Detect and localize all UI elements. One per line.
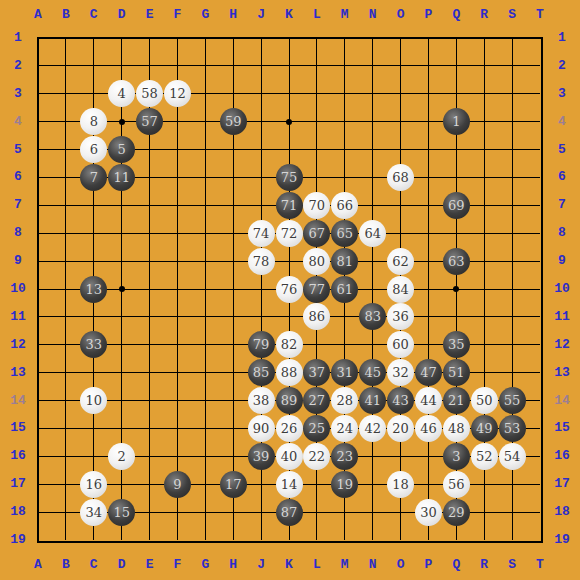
stone-black-67-L8[interactable]: 67 xyxy=(303,220,330,247)
row-label-right-12: 12 xyxy=(549,338,575,352)
col-label-bottom-L: L xyxy=(304,558,330,572)
stone-move-number: 41 xyxy=(364,393,381,408)
stone-move-number: 28 xyxy=(336,393,353,408)
stone-move-number: 40 xyxy=(281,449,298,464)
stone-black-47-P13[interactable]: 47 xyxy=(415,359,442,386)
col-label-bottom-A: A xyxy=(25,558,51,572)
stone-white-38-J14[interactable]: 38 xyxy=(248,387,275,414)
stone-move-number: 42 xyxy=(364,421,381,436)
stone-black-71-K7[interactable]: 71 xyxy=(276,192,303,219)
stone-white-90-J15[interactable]: 90 xyxy=(248,415,275,442)
stone-black-55-S14[interactable]: 55 xyxy=(499,387,526,414)
col-label-bottom-F: F xyxy=(164,558,190,572)
stone-move-number: 80 xyxy=(309,254,326,269)
stone-move-number: 2 xyxy=(118,449,126,464)
stone-white-52-R16[interactable]: 52 xyxy=(471,443,498,470)
row-label-left-7: 7 xyxy=(5,198,31,212)
stone-move-number: 38 xyxy=(253,393,270,408)
stone-move-number: 14 xyxy=(281,477,298,492)
stone-black-49-R15[interactable]: 49 xyxy=(471,415,498,442)
stone-move-number: 55 xyxy=(504,393,521,408)
stone-white-70-L7[interactable]: 70 xyxy=(303,192,330,219)
col-label-top-B: B xyxy=(53,8,79,22)
stone-move-number: 18 xyxy=(392,477,409,492)
stone-move-number: 71 xyxy=(281,198,298,213)
row-label-left-3: 3 xyxy=(5,87,31,101)
stone-black-57-E4[interactable]: 57 xyxy=(136,108,163,135)
stone-black-63-Q9[interactable]: 63 xyxy=(443,248,470,275)
stone-move-number: 89 xyxy=(281,393,298,408)
stone-move-number: 90 xyxy=(253,421,270,436)
row-label-left-1: 1 xyxy=(5,31,31,45)
col-label-bottom-N: N xyxy=(360,558,386,572)
stone-move-number: 67 xyxy=(309,226,326,241)
stone-move-number: 52 xyxy=(476,449,493,464)
col-label-bottom-Q: Q xyxy=(443,558,469,572)
stone-move-number: 25 xyxy=(309,421,326,436)
stone-white-48-Q15[interactable]: 48 xyxy=(443,415,470,442)
col-label-bottom-T: T xyxy=(527,558,553,572)
col-label-bottom-O: O xyxy=(388,558,414,572)
stone-white-66-M7[interactable]: 66 xyxy=(331,192,358,219)
col-label-bottom-P: P xyxy=(415,558,441,572)
stone-black-61-M10[interactable]: 61 xyxy=(331,276,358,303)
stone-move-number: 60 xyxy=(392,337,409,352)
col-label-top-T: T xyxy=(527,8,553,22)
stone-move-number: 29 xyxy=(448,505,465,520)
stone-black-23-M16[interactable]: 23 xyxy=(331,443,358,470)
stone-move-number: 82 xyxy=(281,337,298,352)
stone-black-3-Q16[interactable]: 3 xyxy=(443,443,470,470)
row-label-right-5: 5 xyxy=(549,143,575,157)
row-label-right-2: 2 xyxy=(549,59,575,73)
stone-move-number: 3 xyxy=(452,449,460,464)
row-label-right-17: 17 xyxy=(549,477,575,491)
stone-black-89-K14[interactable]: 89 xyxy=(276,387,303,414)
stone-white-20-O15[interactable]: 20 xyxy=(387,415,414,442)
stone-black-35-Q12[interactable]: 35 xyxy=(443,331,470,358)
stone-move-number: 12 xyxy=(169,86,186,101)
col-label-top-H: H xyxy=(220,8,246,22)
stone-white-26-K15[interactable]: 26 xyxy=(276,415,303,442)
stone-move-number: 87 xyxy=(281,505,298,520)
stone-black-5-D5[interactable]: 5 xyxy=(108,136,135,163)
row-label-left-2: 2 xyxy=(5,59,31,73)
stone-move-number: 11 xyxy=(113,170,130,185)
stone-white-24-M15[interactable]: 24 xyxy=(331,415,358,442)
stone-white-12-F3[interactable]: 12 xyxy=(164,80,191,107)
stone-black-19-M17[interactable]: 19 xyxy=(331,471,358,498)
row-label-right-10: 10 xyxy=(549,282,575,296)
stone-move-number: 69 xyxy=(448,198,465,213)
row-label-right-1: 1 xyxy=(549,31,575,45)
row-label-right-11: 11 xyxy=(549,310,575,324)
col-label-bottom-K: K xyxy=(276,558,302,572)
stone-white-2-D16[interactable]: 2 xyxy=(108,443,135,470)
stone-move-number: 6 xyxy=(90,142,98,157)
stone-black-9-F17[interactable]: 9 xyxy=(164,471,191,498)
row-label-right-19: 19 xyxy=(549,533,575,547)
stone-move-number: 35 xyxy=(448,337,465,352)
stone-move-number: 86 xyxy=(309,309,326,324)
star-point-K4 xyxy=(286,119,292,125)
stone-move-number: 78 xyxy=(253,254,270,269)
col-label-top-S: S xyxy=(499,8,525,22)
stone-move-number: 7 xyxy=(90,170,98,185)
stone-white-22-L16[interactable]: 22 xyxy=(303,443,330,470)
stone-move-number: 63 xyxy=(448,254,465,269)
stone-white-54-S16[interactable]: 54 xyxy=(499,443,526,470)
row-label-right-3: 3 xyxy=(549,87,575,101)
row-label-left-5: 5 xyxy=(5,143,31,157)
stone-move-number: 54 xyxy=(504,449,521,464)
stone-move-number: 61 xyxy=(336,282,353,297)
stone-black-59-H4[interactable]: 59 xyxy=(220,108,247,135)
row-label-left-10: 10 xyxy=(5,282,31,296)
stone-black-17-H17[interactable]: 17 xyxy=(220,471,247,498)
stone-black-85-J13[interactable]: 85 xyxy=(248,359,275,386)
stone-move-number: 4 xyxy=(118,86,126,101)
col-label-bottom-E: E xyxy=(137,558,163,572)
col-label-top-E: E xyxy=(137,8,163,22)
row-label-left-14: 14 xyxy=(5,394,31,408)
row-label-right-15: 15 xyxy=(549,421,575,435)
stone-black-51-Q13[interactable]: 51 xyxy=(443,359,470,386)
col-label-top-L: L xyxy=(304,8,330,22)
stone-move-number: 36 xyxy=(392,309,409,324)
stone-move-number: 20 xyxy=(392,421,409,436)
stone-move-number: 81 xyxy=(336,254,353,269)
stone-white-42-N15[interactable]: 42 xyxy=(359,415,386,442)
col-label-top-A: A xyxy=(25,8,51,22)
stone-black-77-L10[interactable]: 77 xyxy=(303,276,330,303)
stone-move-number: 68 xyxy=(392,170,409,185)
row-label-right-14: 14 xyxy=(549,394,575,408)
row-label-left-16: 16 xyxy=(5,449,31,463)
stone-move-number: 34 xyxy=(85,505,102,520)
stone-move-number: 88 xyxy=(281,365,298,380)
stone-move-number: 32 xyxy=(392,365,409,380)
star-point-D10 xyxy=(119,286,125,292)
stone-move-number: 56 xyxy=(448,477,465,492)
col-label-top-R: R xyxy=(471,8,497,22)
col-label-top-M: M xyxy=(332,8,358,22)
col-label-top-K: K xyxy=(276,8,302,22)
stone-black-29-Q18[interactable]: 29 xyxy=(443,499,470,526)
stone-white-68-O6[interactable]: 68 xyxy=(387,164,414,191)
stone-black-87-K18[interactable]: 87 xyxy=(276,499,303,526)
row-label-right-6: 6 xyxy=(549,170,575,184)
stone-white-14-K17[interactable]: 14 xyxy=(276,471,303,498)
stone-white-88-K13[interactable]: 88 xyxy=(276,359,303,386)
row-label-left-8: 8 xyxy=(5,226,31,240)
col-label-bottom-C: C xyxy=(81,558,107,572)
stone-move-number: 57 xyxy=(141,114,158,129)
stone-white-46-P15[interactable]: 46 xyxy=(415,415,442,442)
row-label-left-19: 19 xyxy=(5,533,31,547)
stone-move-number: 76 xyxy=(281,282,298,297)
col-label-bottom-B: B xyxy=(53,558,79,572)
stone-white-82-K12[interactable]: 82 xyxy=(276,331,303,358)
stone-move-number: 79 xyxy=(253,337,270,352)
stone-black-39-J16[interactable]: 39 xyxy=(248,443,275,470)
stone-move-number: 19 xyxy=(336,477,353,492)
row-label-left-12: 12 xyxy=(5,338,31,352)
stone-move-number: 65 xyxy=(336,226,353,241)
stone-move-number: 59 xyxy=(225,114,242,129)
stone-white-44-P14[interactable]: 44 xyxy=(415,387,442,414)
go-board[interactable]: 1234567891011121314151617181920212223242… xyxy=(0,0,580,580)
stone-move-number: 47 xyxy=(420,365,437,380)
stone-white-56-Q17[interactable]: 56 xyxy=(443,471,470,498)
stone-move-number: 48 xyxy=(448,421,465,436)
row-label-left-18: 18 xyxy=(5,505,31,519)
stone-black-1-Q4[interactable]: 1 xyxy=(443,108,470,135)
stone-black-21-Q14[interactable]: 21 xyxy=(443,387,470,414)
stone-black-41-N14[interactable]: 41 xyxy=(359,387,386,414)
stone-white-76-K10[interactable]: 76 xyxy=(276,276,303,303)
col-label-bottom-G: G xyxy=(192,558,218,572)
row-label-left-6: 6 xyxy=(5,170,31,184)
stone-move-number: 74 xyxy=(253,226,270,241)
row-label-left-11: 11 xyxy=(5,310,31,324)
row-label-right-4: 4 xyxy=(549,115,575,129)
stone-move-number: 9 xyxy=(173,477,181,492)
stone-move-number: 24 xyxy=(336,421,353,436)
col-label-top-Q: Q xyxy=(443,8,469,22)
stone-move-number: 10 xyxy=(85,393,102,408)
col-label-bottom-D: D xyxy=(109,558,135,572)
stone-white-34-C18[interactable]: 34 xyxy=(80,499,107,526)
row-label-left-13: 13 xyxy=(5,366,31,380)
stone-white-16-C17[interactable]: 16 xyxy=(80,471,107,498)
stone-move-number: 21 xyxy=(448,393,465,408)
stone-white-72-K8[interactable]: 72 xyxy=(276,220,303,247)
row-label-right-8: 8 xyxy=(549,226,575,240)
stone-move-number: 53 xyxy=(504,421,521,436)
stone-move-number: 77 xyxy=(309,282,326,297)
col-label-top-D: D xyxy=(109,8,135,22)
stone-move-number: 85 xyxy=(253,365,270,380)
stone-black-7-C6[interactable]: 7 xyxy=(80,164,107,191)
stone-move-number: 83 xyxy=(364,309,381,324)
stone-move-number: 51 xyxy=(448,365,465,380)
stone-black-79-J12[interactable]: 79 xyxy=(248,331,275,358)
stone-move-number: 33 xyxy=(85,337,102,352)
stone-black-11-D6[interactable]: 11 xyxy=(108,164,135,191)
stone-white-30-P18[interactable]: 30 xyxy=(415,499,442,526)
row-label-left-9: 9 xyxy=(5,254,31,268)
stone-move-number: 13 xyxy=(85,282,102,297)
row-label-right-9: 9 xyxy=(549,254,575,268)
stone-move-number: 39 xyxy=(253,449,270,464)
stone-move-number: 23 xyxy=(336,449,353,464)
stone-move-number: 22 xyxy=(309,449,326,464)
go-diagram: Go (19x19) numbered game-record diagram,… xyxy=(0,0,580,580)
stone-move-number: 16 xyxy=(85,477,102,492)
stone-white-32-O13[interactable]: 32 xyxy=(387,359,414,386)
stone-white-84-O10[interactable]: 84 xyxy=(387,276,414,303)
col-label-top-G: G xyxy=(192,8,218,22)
row-label-left-17: 17 xyxy=(5,477,31,491)
stone-move-number: 5 xyxy=(118,142,126,157)
col-label-bottom-J: J xyxy=(248,558,274,572)
stone-move-number: 46 xyxy=(420,421,437,436)
col-label-top-C: C xyxy=(81,8,107,22)
stone-white-78-J9[interactable]: 78 xyxy=(248,248,275,275)
stone-move-number: 50 xyxy=(476,393,493,408)
stone-move-number: 27 xyxy=(309,393,326,408)
stone-white-40-K16[interactable]: 40 xyxy=(276,443,303,470)
stone-move-number: 75 xyxy=(281,170,298,185)
stone-white-64-N8[interactable]: 64 xyxy=(359,220,386,247)
col-label-top-F: F xyxy=(164,8,190,22)
row-label-left-4: 4 xyxy=(5,115,31,129)
col-label-top-O: O xyxy=(388,8,414,22)
stone-move-number: 17 xyxy=(225,477,242,492)
stone-move-number: 66 xyxy=(336,198,353,213)
col-label-top-P: P xyxy=(415,8,441,22)
stone-black-65-M8[interactable]: 65 xyxy=(331,220,358,247)
col-label-bottom-H: H xyxy=(220,558,246,572)
stone-black-81-M9[interactable]: 81 xyxy=(331,248,358,275)
stone-move-number: 43 xyxy=(392,393,409,408)
stone-move-number: 37 xyxy=(309,365,326,380)
stone-move-number: 70 xyxy=(309,198,326,213)
stone-move-number: 84 xyxy=(392,282,409,297)
stone-move-number: 49 xyxy=(476,421,493,436)
stone-white-18-O17[interactable]: 18 xyxy=(387,471,414,498)
stone-move-number: 31 xyxy=(336,365,353,380)
stone-move-number: 26 xyxy=(281,421,298,436)
col-label-bottom-M: M xyxy=(332,558,358,572)
star-point-D4 xyxy=(119,119,125,125)
stone-move-number: 8 xyxy=(90,114,98,129)
stone-black-53-S15[interactable]: 53 xyxy=(499,415,526,442)
stone-black-43-O14[interactable]: 43 xyxy=(387,387,414,414)
stone-white-50-R14[interactable]: 50 xyxy=(471,387,498,414)
row-label-right-13: 13 xyxy=(549,366,575,380)
stone-move-number: 62 xyxy=(392,254,409,269)
stone-move-number: 45 xyxy=(364,365,381,380)
row-label-right-18: 18 xyxy=(549,505,575,519)
stone-black-13-C10[interactable]: 13 xyxy=(80,276,107,303)
row-label-left-15: 15 xyxy=(5,421,31,435)
stone-white-62-O9[interactable]: 62 xyxy=(387,248,414,275)
col-label-bottom-R: R xyxy=(471,558,497,572)
col-label-top-J: J xyxy=(248,8,274,22)
stone-move-number: 15 xyxy=(113,505,130,520)
stone-move-number: 72 xyxy=(281,226,298,241)
row-label-right-7: 7 xyxy=(549,198,575,212)
stone-black-69-Q7[interactable]: 69 xyxy=(443,192,470,219)
stone-move-number: 1 xyxy=(452,114,460,129)
stone-white-74-J8[interactable]: 74 xyxy=(248,220,275,247)
col-label-top-N: N xyxy=(360,8,386,22)
row-label-right-16: 16 xyxy=(549,449,575,463)
stone-move-number: 44 xyxy=(420,393,437,408)
stone-black-15-D18[interactable]: 15 xyxy=(108,499,135,526)
stone-black-75-K6[interactable]: 75 xyxy=(276,164,303,191)
col-label-bottom-S: S xyxy=(499,558,525,572)
stone-move-number: 30 xyxy=(420,505,437,520)
stone-move-number: 58 xyxy=(141,86,158,101)
stone-move-number: 64 xyxy=(364,226,381,241)
stone-white-80-L9[interactable]: 80 xyxy=(303,248,330,275)
